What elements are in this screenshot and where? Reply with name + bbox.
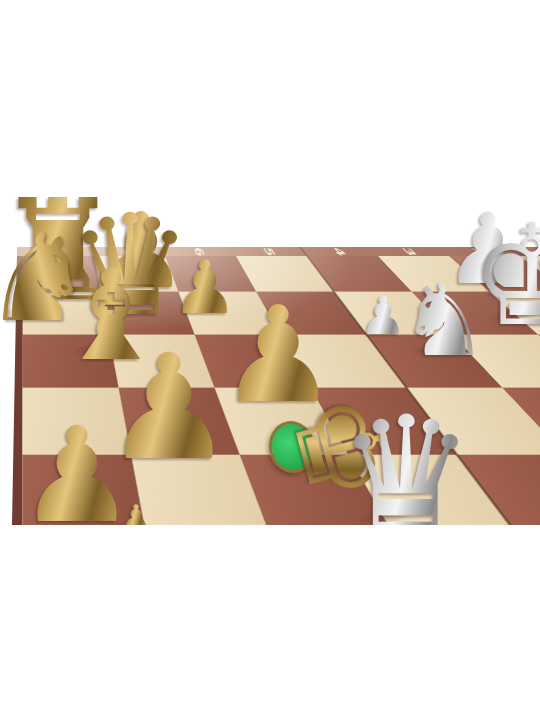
silver-queen-d5: ♛ — [337, 396, 475, 525]
rank-label-4: 4 — [330, 247, 348, 256]
gold-pawn-c8: ♟ — [121, 500, 151, 525]
product-photo: 87654321 ♜♞♛♟♝♟♟♟♟♟♚♞♟♟♛♚ — [0, 0, 540, 720]
board-viewport: 87654321 ♜♞♛♟♝♟♟♟♟♟♚♞♟♟♛♚ — [0, 0, 540, 525]
rank-label-3: 3 — [399, 247, 419, 256]
rank-label-5: 5 — [260, 247, 277, 256]
gold-pawn-d8: ♟ — [18, 409, 136, 525]
silver-knight-f4: ♞ — [399, 270, 490, 371]
